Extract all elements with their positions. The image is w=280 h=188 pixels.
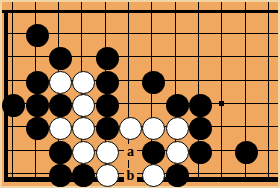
black-stone xyxy=(49,94,72,117)
intersection-c1-r4 xyxy=(26,117,49,140)
white-stone xyxy=(72,71,95,94)
black-stone xyxy=(96,71,119,94)
intersection-c9-r3 xyxy=(212,94,235,117)
intersection-c9-r2 xyxy=(212,70,235,93)
black-stone xyxy=(189,94,212,117)
intersection-c8-r5 xyxy=(189,141,212,164)
intersection-c4-r4 xyxy=(96,117,119,140)
intersection-c4-r0 xyxy=(96,24,119,47)
black-stone xyxy=(26,117,49,140)
white-stone xyxy=(166,141,189,164)
white-stone xyxy=(96,141,119,164)
intersection-c0-r4 xyxy=(2,117,25,140)
intersection-c10-r3 xyxy=(235,94,258,117)
intersection-c0-r3 xyxy=(2,94,25,117)
intersection-c5-r1 xyxy=(119,47,142,70)
black-stone xyxy=(166,94,189,117)
intersection-c5-r5: a xyxy=(119,141,142,164)
intersection-c7-r3 xyxy=(165,94,188,117)
intersection-c2-r2 xyxy=(49,70,72,93)
intersection-c5-r4 xyxy=(119,117,142,140)
intersection-c2-r4 xyxy=(49,117,72,140)
intersection-c7-r6 xyxy=(165,164,188,187)
intersection-c6-r2 xyxy=(142,70,165,93)
white-stone xyxy=(119,117,142,140)
black-stone xyxy=(96,47,119,70)
white-stone xyxy=(96,164,119,187)
intersection-c0-r5 xyxy=(2,141,25,164)
intersection-c0-r6 xyxy=(2,164,25,187)
intersection-c11-r1 xyxy=(259,47,280,70)
intersection-c6-r0 xyxy=(142,24,165,47)
intersection-c5-r3 xyxy=(119,94,142,117)
intersection-c2-r5 xyxy=(49,141,72,164)
intersection-c4-r5 xyxy=(96,141,119,164)
intersection-c6-r3 xyxy=(142,94,165,117)
intersection-c3-r5 xyxy=(72,141,95,164)
intersection-c9-r1 xyxy=(212,47,235,70)
intersection-c8-r6 xyxy=(189,164,212,187)
intersection-c7-r4 xyxy=(165,117,188,140)
intersection-c3-r3 xyxy=(72,94,95,117)
black-stone xyxy=(49,164,72,187)
black-stone xyxy=(26,94,49,117)
intersection-c1-r5 xyxy=(26,141,49,164)
intersection-c8-r1 xyxy=(189,47,212,70)
black-stone xyxy=(2,94,25,117)
intersection-c1-r1 xyxy=(26,47,49,70)
board-edge-top xyxy=(2,10,278,13)
intersection-c8-r4 xyxy=(189,117,212,140)
intersection-c7-r2 xyxy=(165,70,188,93)
intersection-c0-r1 xyxy=(2,47,25,70)
intersection-c4-r3 xyxy=(96,94,119,117)
intersection-c11-r2 xyxy=(259,70,280,93)
intersection-c3-r2 xyxy=(72,70,95,93)
black-stone xyxy=(49,141,72,164)
white-stone xyxy=(166,117,189,140)
intersection-c1-r2 xyxy=(26,70,49,93)
black-stone xyxy=(26,24,49,47)
white-stone xyxy=(72,94,95,117)
intersection-c5-r6: b xyxy=(119,164,142,187)
intersection-c0-r0 xyxy=(2,24,25,47)
intersection-c9-r6 xyxy=(212,164,235,187)
intersection-c10-r6 xyxy=(235,164,258,187)
black-stone xyxy=(72,164,95,187)
intersection-c11-r4 xyxy=(259,117,280,140)
intersection-c1-r3 xyxy=(26,94,49,117)
point-label-b: b xyxy=(124,168,137,184)
intersection-c11-r0 xyxy=(259,24,280,47)
intersection-c10-r1 xyxy=(235,47,258,70)
black-stone xyxy=(96,94,119,117)
black-stone xyxy=(49,47,72,70)
intersection-c9-r5 xyxy=(212,141,235,164)
black-stone xyxy=(189,117,212,140)
stones-layer: ab xyxy=(2,24,280,187)
intersection-c0-r2 xyxy=(2,70,25,93)
intersection-c4-r6 xyxy=(96,164,119,187)
black-stone xyxy=(26,71,49,94)
intersection-c10-r4 xyxy=(235,117,258,140)
intersection-c11-r5 xyxy=(259,141,280,164)
intersection-c8-r2 xyxy=(189,70,212,93)
black-stone xyxy=(142,141,165,164)
intersection-c4-r2 xyxy=(96,70,119,93)
intersection-c4-r1 xyxy=(96,47,119,70)
black-stone xyxy=(142,71,165,94)
white-stone xyxy=(49,71,72,94)
intersection-c3-r4 xyxy=(72,117,95,140)
black-stone xyxy=(235,141,258,164)
intersection-c10-r0 xyxy=(235,24,258,47)
intersection-c1-r6 xyxy=(26,164,49,187)
intersection-c6-r6 xyxy=(142,164,165,187)
intersection-c8-r3 xyxy=(189,94,212,117)
intersection-c10-r5 xyxy=(235,141,258,164)
white-stone xyxy=(49,117,72,140)
intersection-c2-r3 xyxy=(49,94,72,117)
point-label-a: a xyxy=(124,144,137,160)
intersection-c5-r0 xyxy=(119,24,142,47)
white-stone xyxy=(142,117,165,140)
black-stone xyxy=(189,141,212,164)
intersection-c7-r0 xyxy=(165,24,188,47)
intersection-c2-r6 xyxy=(49,164,72,187)
intersection-c3-r6 xyxy=(72,164,95,187)
intersection-c7-r1 xyxy=(165,47,188,70)
intersection-c5-r2 xyxy=(119,70,142,93)
intersection-c2-r1 xyxy=(49,47,72,70)
intersection-c10-r2 xyxy=(235,70,258,93)
black-stone xyxy=(166,164,189,187)
intersection-c6-r5 xyxy=(142,141,165,164)
intersection-c3-r1 xyxy=(72,47,95,70)
intersection-c11-r6 xyxy=(259,164,280,187)
intersection-c9-r4 xyxy=(212,117,235,140)
intersection-c1-r0 xyxy=(26,24,49,47)
intersection-c2-r0 xyxy=(49,24,72,47)
intersection-c8-r0 xyxy=(189,24,212,47)
go-board: ab xyxy=(2,2,278,186)
black-stone xyxy=(96,117,119,140)
white-stone xyxy=(72,141,95,164)
intersection-c11-r3 xyxy=(259,94,280,117)
intersection-c3-r0 xyxy=(72,24,95,47)
go-diagram: ab xyxy=(0,0,280,188)
white-stone xyxy=(72,117,95,140)
intersection-c6-r1 xyxy=(142,47,165,70)
intersection-c9-r0 xyxy=(212,24,235,47)
intersection-c6-r4 xyxy=(142,117,165,140)
intersection-c7-r5 xyxy=(165,141,188,164)
white-stone xyxy=(142,164,165,187)
